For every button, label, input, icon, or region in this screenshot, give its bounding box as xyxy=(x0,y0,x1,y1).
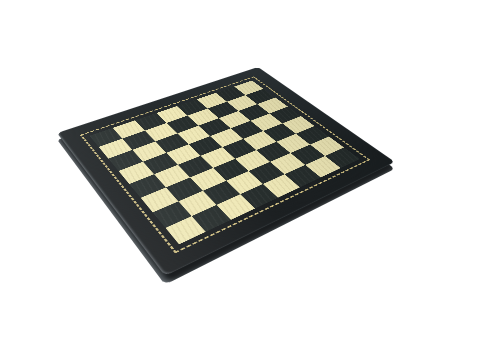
chess-board xyxy=(57,67,395,276)
chessboard-product-photo xyxy=(0,0,480,360)
board-grid xyxy=(89,81,359,245)
